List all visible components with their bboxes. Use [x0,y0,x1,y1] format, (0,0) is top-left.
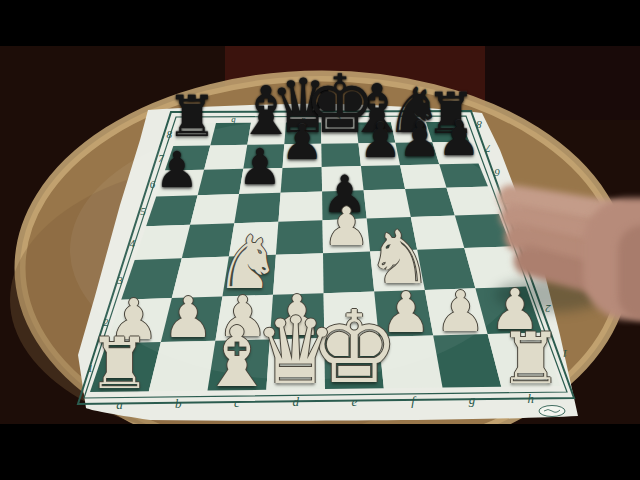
file-label-top-d: d [301,116,306,126]
letterbox-bottom [0,424,640,480]
file-label-h: h [527,391,534,406]
file-label-e: e [351,394,357,409]
video-frame: aabbccddeeffgghh8877665544332211 ♜♟♟♝♟♞♛… [0,0,640,480]
file-label-top-a: a [196,116,201,126]
rank-label-left-8: 8 [166,128,172,140]
file-label-c: c [234,395,240,410]
file-label-top-h: h [441,115,446,125]
rank-label-left-5: 5 [140,205,146,217]
file-label-top-c: c [267,116,271,126]
file-label-top-e: e [337,115,341,125]
rank-label-right-6: 6 [494,167,500,179]
file-label-a: a [116,397,123,412]
rank-label-left-4: 4 [130,237,136,249]
file-label-top-b: b [231,116,236,126]
rank-label-right-7: 7 [485,143,491,155]
rank-label-right-8: 8 [476,119,482,131]
file-label-d: d [292,394,299,409]
rank-label-right-1: 1 [562,348,568,360]
file-label-b: b [175,396,182,411]
letterbox-top [0,0,640,46]
file-label-top-g: g [406,115,411,125]
rank-label-left-7: 7 [158,152,164,164]
rank-label-left-6: 6 [150,178,156,190]
light-sheen [70,120,530,380]
file-label-g: g [469,392,476,407]
rank-label-left-3: 3 [116,274,123,286]
rank-label-left-1: 1 [87,362,93,374]
rank-label-left-2: 2 [103,316,109,328]
background-dark [485,40,640,120]
hand-wrist [618,225,640,320]
